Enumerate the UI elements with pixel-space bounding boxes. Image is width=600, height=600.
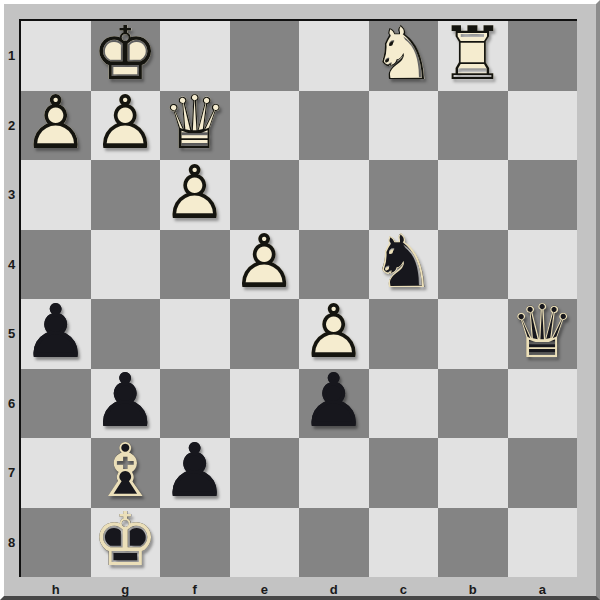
- rank-label-3: 3: [4, 160, 19, 230]
- square-f4[interactable]: [160, 230, 230, 300]
- white-king-glyph: ♚: [91, 18, 161, 88]
- white-rook-outline: ♖: [438, 18, 508, 88]
- square-d1[interactable]: [299, 21, 369, 91]
- rank-label-2: 2: [4, 91, 19, 161]
- square-g6[interactable]: ♟♙: [91, 369, 161, 439]
- square-d4[interactable]: [299, 230, 369, 300]
- square-d6[interactable]: ♟♙: [299, 369, 369, 439]
- square-f8[interactable]: [160, 508, 230, 578]
- square-f3[interactable]: ♟♙: [160, 160, 230, 230]
- white-pawn-outline: ♙: [230, 227, 300, 297]
- black-knight-glyph: ♞: [369, 227, 439, 297]
- square-e3[interactable]: [230, 160, 300, 230]
- board-grid: ♚♔♞♘♜♖♟♙♟♙♛♕♟♙♟♙♞♘♟♙♟♙♛♕♟♙♟♙♝♗♟♙♚♔: [21, 21, 577, 577]
- black-pawn-outline: ♙: [160, 435, 230, 505]
- square-b4[interactable]: [438, 230, 508, 300]
- white-pawn[interactable]: ♟♙: [91, 91, 161, 161]
- rank-labels: 12345678: [4, 21, 19, 577]
- square-g5[interactable]: [91, 299, 161, 369]
- black-queen-outline: ♕: [508, 296, 578, 366]
- square-e1[interactable]: [230, 21, 300, 91]
- square-d8[interactable]: [299, 508, 369, 578]
- square-f1[interactable]: [160, 21, 230, 91]
- square-a8[interactable]: [508, 508, 578, 578]
- square-g1[interactable]: ♚♔: [91, 21, 161, 91]
- black-bishop[interactable]: ♝♗: [91, 438, 161, 508]
- white-pawn-glyph: ♟: [299, 296, 369, 366]
- square-c3[interactable]: [369, 160, 439, 230]
- square-c1[interactable]: ♞♘: [369, 21, 439, 91]
- square-g2[interactable]: ♟♙: [91, 91, 161, 161]
- white-pawn-outline: ♙: [160, 157, 230, 227]
- rank-label-4: 4: [4, 230, 19, 300]
- square-h2[interactable]: ♟♙: [21, 91, 91, 161]
- white-queen[interactable]: ♛♕: [160, 91, 230, 161]
- square-e8[interactable]: [230, 508, 300, 578]
- square-e4[interactable]: ♟♙: [230, 230, 300, 300]
- square-h8[interactable]: [21, 508, 91, 578]
- black-pawn-outline: ♙: [21, 296, 91, 366]
- square-f2[interactable]: ♛♕: [160, 91, 230, 161]
- rank-label-5: 5: [4, 299, 19, 369]
- square-g4[interactable]: [91, 230, 161, 300]
- white-rook[interactable]: ♜♖: [438, 21, 508, 91]
- black-bishop-glyph: ♝: [91, 435, 161, 505]
- black-knight[interactable]: ♞♘: [369, 230, 439, 300]
- rank-label-7: 7: [4, 438, 19, 508]
- square-d7[interactable]: [299, 438, 369, 508]
- square-a5[interactable]: ♛♕: [508, 299, 578, 369]
- black-queen[interactable]: ♛♕: [508, 299, 578, 369]
- white-pawn-outline: ♙: [91, 88, 161, 158]
- square-c8[interactable]: [369, 508, 439, 578]
- black-pawn-glyph: ♟: [299, 366, 369, 436]
- black-pawn[interactable]: ♟♙: [21, 299, 91, 369]
- file-label-h: h: [21, 579, 91, 599]
- square-a6[interactable]: [508, 369, 578, 439]
- black-pawn-glyph: ♟: [91, 366, 161, 436]
- white-king[interactable]: ♚♔: [91, 21, 161, 91]
- black-king-glyph: ♚: [91, 505, 161, 575]
- file-label-d: d: [299, 579, 369, 599]
- square-h1[interactable]: [21, 21, 91, 91]
- white-king-outline: ♔: [91, 18, 161, 88]
- file-label-f: f: [160, 579, 230, 599]
- square-b1[interactable]: ♜♖: [438, 21, 508, 91]
- square-c4[interactable]: ♞♘: [369, 230, 439, 300]
- square-d2[interactable]: [299, 91, 369, 161]
- white-pawn[interactable]: ♟♙: [160, 160, 230, 230]
- white-pawn-outline: ♙: [21, 88, 91, 158]
- square-h6[interactable]: [21, 369, 91, 439]
- rank-label-6: 6: [4, 369, 19, 439]
- white-queen-glyph: ♛: [160, 88, 230, 158]
- square-b3[interactable]: [438, 160, 508, 230]
- file-label-b: b: [438, 579, 508, 599]
- square-e5[interactable]: [230, 299, 300, 369]
- white-pawn[interactable]: ♟♙: [21, 91, 91, 161]
- square-b7[interactable]: [438, 438, 508, 508]
- square-c2[interactable]: [369, 91, 439, 161]
- black-king[interactable]: ♚♔: [91, 508, 161, 578]
- file-labels: hgfedcba: [21, 579, 577, 599]
- square-a2[interactable]: [508, 91, 578, 161]
- square-g8[interactable]: ♚♔: [91, 508, 161, 578]
- file-label-g: g: [91, 579, 161, 599]
- black-pawn-outline: ♙: [91, 366, 161, 436]
- square-e7[interactable]: [230, 438, 300, 508]
- square-a3[interactable]: [508, 160, 578, 230]
- square-e6[interactable]: [230, 369, 300, 439]
- black-pawn[interactable]: ♟♙: [299, 369, 369, 439]
- white-pawn-glyph: ♟: [21, 88, 91, 158]
- square-f6[interactable]: [160, 369, 230, 439]
- file-label-e: e: [230, 579, 300, 599]
- chess-board: ♚♔♞♘♜♖♟♙♟♙♛♕♟♙♟♙♞♘♟♙♟♙♛♕♟♙♟♙♝♗♟♙♚♔: [19, 19, 577, 577]
- white-knight[interactable]: ♞♘: [369, 21, 439, 91]
- square-c6[interactable]: [369, 369, 439, 439]
- square-d5[interactable]: ♟♙: [299, 299, 369, 369]
- black-knight-outline: ♘: [369, 227, 439, 297]
- square-b2[interactable]: [438, 91, 508, 161]
- square-a1[interactable]: [508, 21, 578, 91]
- file-label-a: a: [508, 579, 578, 599]
- square-b8[interactable]: [438, 508, 508, 578]
- black-pawn-glyph: ♟: [160, 435, 230, 505]
- square-c5[interactable]: [369, 299, 439, 369]
- white-pawn[interactable]: ♟♙: [230, 230, 300, 300]
- square-b5[interactable]: [438, 299, 508, 369]
- black-pawn[interactable]: ♟♙: [160, 438, 230, 508]
- black-pawn-outline: ♙: [299, 366, 369, 436]
- white-rook-glyph: ♜: [438, 18, 508, 88]
- chess-diagram-frame: 12345678 ♚♔♞♘♜♖♟♙♟♙♛♕♟♙♟♙♞♘♟♙♟♙♛♕♟♙♟♙♝♗♟…: [0, 0, 600, 600]
- square-g3[interactable]: [91, 160, 161, 230]
- square-h5[interactable]: ♟♙: [21, 299, 91, 369]
- square-d3[interactable]: [299, 160, 369, 230]
- black-pawn-glyph: ♟: [21, 296, 91, 366]
- black-pawn[interactable]: ♟♙: [91, 369, 161, 439]
- white-pawn[interactable]: ♟♙: [299, 299, 369, 369]
- white-knight-glyph: ♞: [369, 18, 439, 88]
- square-e2[interactable]: [230, 91, 300, 161]
- square-b6[interactable]: [438, 369, 508, 439]
- white-pawn-outline: ♙: [299, 296, 369, 366]
- white-queen-outline: ♕: [160, 88, 230, 158]
- square-h7[interactable]: [21, 438, 91, 508]
- square-h3[interactable]: [21, 160, 91, 230]
- white-pawn-glyph: ♟: [160, 157, 230, 227]
- rank-label-1: 1: [4, 21, 19, 91]
- black-bishop-outline: ♗: [91, 435, 161, 505]
- black-king-outline: ♔: [91, 505, 161, 575]
- square-a4[interactable]: [508, 230, 578, 300]
- square-a7[interactable]: [508, 438, 578, 508]
- square-f5[interactable]: [160, 299, 230, 369]
- square-g7[interactable]: ♝♗: [91, 438, 161, 508]
- rank-label-8: 8: [4, 508, 19, 578]
- white-knight-outline: ♘: [369, 18, 439, 88]
- black-queen-glyph: ♛: [508, 296, 578, 366]
- file-label-c: c: [369, 579, 439, 599]
- square-h4[interactable]: [21, 230, 91, 300]
- square-f7[interactable]: ♟♙: [160, 438, 230, 508]
- square-c7[interactable]: [369, 438, 439, 508]
- white-pawn-glyph: ♟: [91, 88, 161, 158]
- white-pawn-glyph: ♟: [230, 227, 300, 297]
